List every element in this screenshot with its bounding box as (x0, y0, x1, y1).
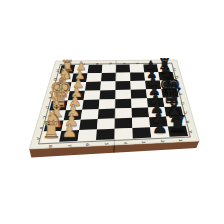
coordinate-label-bottom: 3 (141, 141, 146, 144)
square-e3 (131, 89, 147, 98)
square-e4 (115, 90, 131, 100)
chess-piece-white-pawn: ♟ (61, 120, 77, 141)
square-a4 (114, 128, 132, 139)
coordinate-label-bottom: 2 (160, 140, 165, 143)
chess-piece-black-rook: ♜ (168, 111, 188, 137)
square-b6 (79, 119, 98, 130)
square-g6 (86, 73, 102, 82)
square-f6 (85, 82, 101, 91)
coordinate-label-bottom: 5 (104, 142, 109, 145)
square-c4 (115, 108, 132, 118)
square-a3 (132, 127, 151, 138)
square-h5 (102, 65, 116, 73)
square-d3 (131, 98, 148, 108)
square-d4 (115, 99, 132, 109)
square-e6 (84, 90, 101, 100)
square-b3 (132, 117, 150, 128)
square-h4 (116, 65, 130, 73)
coordinate-label-bottom: 4 (123, 142, 128, 145)
square-d6 (82, 100, 99, 110)
square-c6 (81, 109, 99, 120)
coordinate-label-far: 6 (95, 63, 99, 65)
square-g3 (130, 72, 145, 81)
square-e5 (100, 90, 116, 100)
square-c5 (98, 109, 115, 120)
chess-piece-white-rook: ♜ (41, 117, 61, 143)
square-g4 (116, 73, 131, 82)
coordinate-label-right: A (188, 130, 193, 133)
square-d5 (99, 99, 116, 109)
square-a6 (78, 129, 97, 141)
square-f4 (116, 81, 131, 90)
coordinate-label-far: 3 (135, 62, 139, 64)
fold-seam-edge-notch (114, 145, 115, 153)
coordinate-label-bottom: 1 (178, 139, 183, 142)
chess-piece-black-pawn: ♟ (152, 116, 168, 137)
square-g5 (101, 73, 116, 82)
square-b5 (97, 119, 115, 130)
square-a5 (96, 129, 115, 140)
coordinate-label-bottom: 6 (85, 143, 90, 146)
square-c3 (132, 108, 150, 118)
coordinate-label-far: 4 (122, 62, 126, 64)
square-h3 (130, 64, 145, 72)
square-h6 (88, 65, 103, 73)
chess-board: 8877665544332211HHGGFFEEDDCCBBAA♜♟♟♜♞♟♟♞… (0, 0, 224, 224)
square-f5 (100, 81, 115, 90)
chess-set-photo: 8877665544332211HHGGFFEEDDCCBBAA♜♟♟♜♞♟♟♞… (0, 0, 224, 224)
square-f3 (130, 81, 146, 90)
square-b4 (115, 118, 133, 129)
coordinate-label-bottom: 8 (48, 145, 53, 148)
coordinate-label-far: 5 (108, 63, 112, 65)
coordinate-label-bottom: 7 (67, 144, 72, 147)
